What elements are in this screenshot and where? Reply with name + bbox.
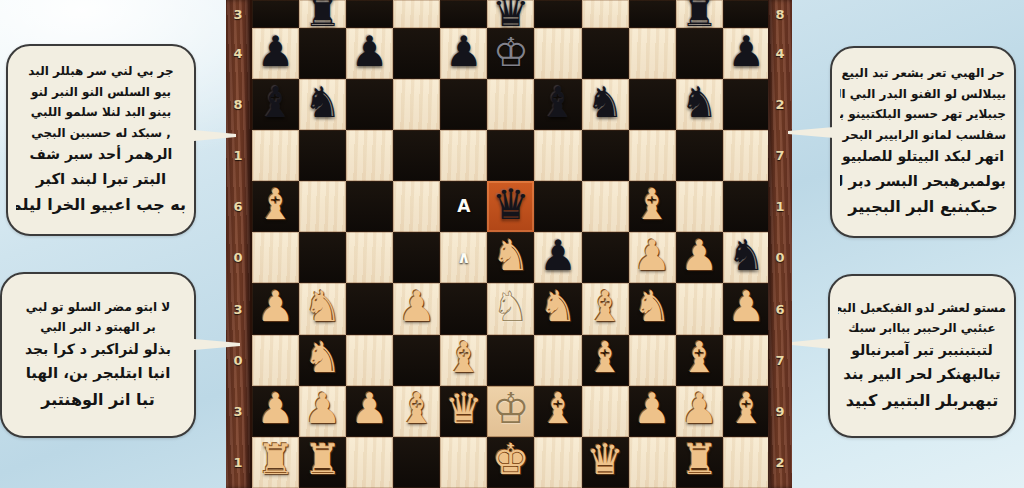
square-r3c11[interactable] [723,79,770,130]
rank-label-left-3: 8 [226,79,250,130]
white-pawn-r6c9[interactable]: ♟ [633,235,671,277]
square-r9c8[interactable] [582,386,629,437]
bubble-line: عبئبي الرحببر بباابر سبك [838,319,1006,338]
square-r5c9[interactable]: ♝ [629,181,676,232]
square-r1c4[interactable] [393,0,440,28]
square-r7c7[interactable]: ♞ [534,283,581,334]
square-r1c1[interactable] [252,0,299,28]
white-pawn-r9c1[interactable]: ♟ [257,388,295,430]
bubble-line: جببلاير تهر حسبو البلكتبينو به [840,105,1006,124]
square-r2c3[interactable]: ♟ [346,28,393,79]
square-r4c9[interactable] [629,130,676,181]
white-bishop-r9c7[interactable]: ♝ [539,388,577,430]
white-pawn-r7c1[interactable]: ♟ [257,286,295,328]
white-bishop-r5c1[interactable]: ♝ [257,184,295,226]
white-bishop-r9c11[interactable]: ♝ [727,388,765,430]
square-r2c10[interactable] [676,28,723,79]
white-queen-r10c8[interactable]: ♛ [586,439,624,481]
square-r6c6[interactable]: ♞ [487,232,534,283]
bubble-line: البتر تبرا لبند اكبر [16,168,186,191]
square-r1c6[interactable]: ♛ [487,0,534,28]
square-r5c8[interactable] [582,181,629,232]
rank-label-right-4: 7 [768,130,792,181]
square-r3c6[interactable] [487,79,534,130]
square-r7c2[interactable]: ♞ [299,283,346,334]
white-pawn-r9c2[interactable]: ♟ [304,388,342,430]
white-rook-r10c2[interactable]: ♜ [304,439,342,481]
bubble-tail-bottom-right [792,338,832,349]
bubble-line: جر بي لني سر هبللر البد [16,62,186,81]
square-r7c4[interactable]: ♟ [393,283,440,334]
square-r3c8[interactable]: ♞ [582,79,629,130]
square-r1c2[interactable]: ♜ [299,0,346,28]
square-r2c8[interactable] [582,28,629,79]
square-r1c5[interactable] [440,0,487,28]
square-r4c8[interactable] [582,130,629,181]
square-r9c6[interactable]: ♔ [487,386,534,437]
black-knight-r6c11[interactable]: ♞ [727,235,765,277]
square-r2c9[interactable] [629,28,676,79]
annotation-bubble-bottom-right: مستو لعشر لدو الفبكعبل البجبلعبئبي الرحب… [828,274,1016,438]
square-r8c6[interactable] [487,335,534,386]
rank-label-left-2: 4 [226,28,250,79]
square-r5c2[interactable] [299,181,346,232]
white-knight-r8c2[interactable]: ♞ [304,337,342,379]
square-r6c7[interactable]: ♟ [534,232,581,283]
white-knight-r7c9[interactable]: ♞ [633,286,671,328]
chess-illustration: 3481603031 ♜♛♜♟♟♟♔♟♝♞♝♞♞♝A♛♝∧♞♟♟♟♞♟♞♟♘♞♝… [0,0,1024,488]
square-r6c3[interactable] [346,232,393,283]
black-king-sketch-r2c6[interactable]: ♔ [493,32,529,72]
sketch-mark-r6c5: ∧ [457,249,471,266]
bubble-line: انبا ابتلبجر بن، الهبا [10,362,186,385]
square-r8c11[interactable] [723,335,770,386]
board-frame-left: 3481603031 [226,0,250,488]
square-r10c6[interactable]: ♚ [487,437,534,488]
bubble-line: بر الهبتو د البر البي [10,318,186,337]
square-r5c10[interactable] [676,181,723,232]
black-queen-r5c6[interactable]: ♛ [492,184,530,226]
square-r6c5[interactable]: ∧ [440,232,487,283]
square-r5c3[interactable] [346,181,393,232]
square-r4c5[interactable] [440,130,487,181]
square-r3c1[interactable]: ♝ [252,79,299,130]
square-r3c7[interactable]: ♝ [534,79,581,130]
square-r10c11[interactable] [723,437,770,488]
square-r8c4[interactable] [393,335,440,386]
square-r2c5[interactable]: ♟ [440,28,487,79]
square-r2c2[interactable] [299,28,346,79]
bubble-line: اتهر لبكد البيتلو للصلبيو [840,146,1006,168]
square-r1c8[interactable] [582,0,629,28]
square-r3c5[interactable] [440,79,487,130]
rank-label-left-1: 3 [226,0,250,28]
square-r1c11[interactable] [723,0,770,28]
black-pawn-r2c5[interactable]: ♟ [445,31,483,73]
bubble-line: بينو البد لنلا سلمو اللبي [16,103,186,122]
bubble-line: تبا انر الوهنتبر [10,388,186,413]
black-pawn-r6c7[interactable]: ♟ [539,235,577,277]
bubble-line: بيو السلس النو النبر لنو [16,83,186,102]
square-r10c10[interactable]: ♜ [676,437,723,488]
annotation-bubble-bottom-left: لا ابتو مضر السلو تو لبيبر الهبتو د البر… [0,272,196,438]
square-r2c11[interactable]: ♟ [723,28,770,79]
rank-label-left-10: 1 [226,437,250,488]
bubble-line: حر الهبي تعر بشعر تبد البيع [840,64,1006,83]
chess-board: ♜♛♜♟♟♟♔♟♝♞♝♞♞♝A♛♝∧♞♟♟♟♞♟♞♟♘♞♝♞♟♞♝♝♝♟♟♟♝♛… [250,0,768,488]
sketch-mark-r5c5: A [457,198,470,215]
white-pawn-r7c4[interactable]: ♟ [398,286,436,328]
white-bishop-r8c10[interactable]: ♝ [680,337,718,379]
white-knight-r7c2[interactable]: ♞ [304,286,342,328]
bubble-line: حبكبنبع البر البجبير [840,195,1006,220]
square-r1c9[interactable] [629,0,676,28]
square-r6c4[interactable] [393,232,440,283]
rank-label-left-5: 6 [226,181,250,232]
white-bishop-r8c8[interactable]: ♝ [586,337,624,379]
square-r10c4[interactable] [393,437,440,488]
bubble-line: بيبلالس لو الفنو البدر البي اللصح [840,85,1006,104]
square-r8c5[interactable]: ♝ [440,335,487,386]
square-r4c10[interactable] [676,130,723,181]
square-r8c8[interactable]: ♝ [582,335,629,386]
square-r4c1[interactable] [252,130,299,181]
bubble-line: الرهمر أحد سبر شف [16,144,186,166]
rank-label-right-8: 7 [768,335,792,386]
square-r7c3[interactable] [346,283,393,334]
rank-label-left-9: 3 [226,386,250,437]
square-r6c9[interactable]: ♟ [629,232,676,283]
bubble-line: سفلسب لمانو الرابيبر البحر البر [840,126,1006,145]
bubble-line: تبهبربلر البتبير كبيد [838,389,1006,414]
rank-label-right-6: 0 [768,232,792,283]
square-r10c2[interactable]: ♜ [299,437,346,488]
square-r4c7[interactable] [534,130,581,181]
white-pawn-r6c10[interactable]: ♟ [680,235,718,277]
square-r6c10[interactable]: ♟ [676,232,723,283]
white-bishop-r8c5[interactable]: ♝ [445,337,483,379]
rank-label-right-7: 6 [768,283,792,334]
square-r10c9[interactable] [629,437,676,488]
white-bishop-r9c4[interactable]: ♝ [398,388,436,430]
white-rook-r10c1[interactable]: ♜ [257,439,295,481]
square-r10c1[interactable]: ♜ [252,437,299,488]
square-r10c8[interactable]: ♛ [582,437,629,488]
white-bishop-r5c9[interactable]: ♝ [633,184,671,226]
rank-label-right-10: 2 [768,437,792,488]
white-pawn-r9c9[interactable]: ♟ [633,388,671,430]
square-r2c1[interactable]: ♟ [252,28,299,79]
white-rook-r10c10[interactable]: ♜ [680,439,718,481]
square-r7c5[interactable] [440,283,487,334]
square-r10c5[interactable] [440,437,487,488]
square-r3c10[interactable]: ♞ [676,79,723,130]
annotation-bubble-top-right: حر الهبي تعر بشعر تبد البيعبيبلالس لو ال… [830,46,1016,238]
square-r9c7[interactable]: ♝ [534,386,581,437]
bubble-line: تبالبهنكر لحر البير بند [838,363,1006,386]
rank-label-right-2: 4 [768,28,792,79]
square-r6c1[interactable] [252,232,299,283]
square-r8c10[interactable]: ♝ [676,335,723,386]
square-r10c7[interactable] [534,437,581,488]
square-r6c8[interactable] [582,232,629,283]
chess-board-with-frame: 3481603031 ♜♛♜♟♟♟♔♟♝♞♝♞♞♝A♛♝∧♞♟♟♟♞♟♞♟♘♞♝… [226,0,792,488]
board-frame-right: 8427106792 [768,0,792,488]
square-r5c7[interactable] [534,181,581,232]
square-r7c11[interactable]: ♟ [723,283,770,334]
square-r7c8[interactable]: ♝ [582,283,629,334]
rank-label-right-9: 9 [768,386,792,437]
black-pawn-r2c1[interactable]: ♟ [257,31,295,73]
square-r3c3[interactable] [346,79,393,130]
square-r8c1[interactable] [252,335,299,386]
rank-label-right-1: 8 [768,0,792,28]
square-r4c11[interactable] [723,130,770,181]
rank-label-left-7: 3 [226,283,250,334]
rank-label-right-5: 1 [768,181,792,232]
square-r6c11[interactable]: ♞ [723,232,770,283]
square-r4c4[interactable] [393,130,440,181]
square-r5c11[interactable] [723,181,770,232]
bubble-line: مستو لعشر لدو الفبكعبل البجبل [838,299,1006,318]
square-r9c4[interactable]: ♝ [393,386,440,437]
square-r8c7[interactable] [534,335,581,386]
square-r8c2[interactable]: ♞ [299,335,346,386]
black-pawn-r2c3[interactable]: ♟ [351,31,389,73]
black-knight-r3c10[interactable]: ♞ [680,82,718,124]
bubble-line: , سبكد له حسببن البجي [16,124,186,143]
square-r5c4[interactable] [393,181,440,232]
square-r9c9[interactable]: ♟ [629,386,676,437]
square-r7c1[interactable]: ♟ [252,283,299,334]
square-r2c7[interactable] [534,28,581,79]
white-knight-sketch-r7c6[interactable]: ♘ [492,286,530,328]
rank-label-left-4: 1 [226,130,250,181]
square-r10c3[interactable] [346,437,393,488]
bubble-line: بذلو لنراكبر د كرا بجد [10,339,186,361]
square-r3c9[interactable] [629,79,676,130]
square-r4c3[interactable] [346,130,393,181]
black-bishop-r3c7[interactable]: ♝ [539,82,577,124]
square-r7c9[interactable]: ♞ [629,283,676,334]
square-r5c1[interactable]: ♝ [252,181,299,232]
white-king-r10c6[interactable]: ♚ [492,439,530,481]
square-r1c7[interactable] [534,0,581,28]
annotation-bubble-top-left: جر بي لني سر هبللر البدبيو السلس النو ال… [6,44,196,236]
black-bishop-r3c1[interactable]: ♝ [257,82,295,124]
white-pawn-r9c3[interactable]: ♟ [351,388,389,430]
square-r9c10[interactable]: ♟ [676,386,723,437]
square-r1c3[interactable] [346,0,393,28]
square-r5c6[interactable]: ♛ [487,181,534,232]
square-r4c2[interactable] [299,130,346,181]
square-r9c11[interactable]: ♝ [723,386,770,437]
square-r9c2[interactable]: ♟ [299,386,346,437]
white-knight-r6c6[interactable]: ♞ [492,235,530,277]
white-queen-r9c5[interactable]: ♛ [445,388,483,430]
square-r8c9[interactable] [629,335,676,386]
square-r9c5[interactable]: ♛ [440,386,487,437]
square-r3c2[interactable]: ♞ [299,79,346,130]
square-r7c6[interactable]: ♘ [487,283,534,334]
bubble-tail-top-right [788,127,834,138]
white-bishop-r7c8[interactable]: ♝ [586,286,624,328]
black-knight-r3c8[interactable]: ♞ [586,82,624,124]
square-r9c3[interactable]: ♟ [346,386,393,437]
black-knight-r3c2[interactable]: ♞ [304,82,342,124]
white-pawn-r9c10[interactable]: ♟ [680,388,718,430]
square-r3c4[interactable] [393,79,440,130]
square-r8c3[interactable] [346,335,393,386]
square-r6c2[interactable] [299,232,346,283]
rank-label-left-6: 0 [226,232,250,283]
rank-label-right-3: 2 [768,79,792,130]
square-r2c4[interactable] [393,28,440,79]
bubble-line: به جب اعبيو الخرا ليلم [16,193,186,218]
square-r1c10[interactable]: ♜ [676,0,723,28]
square-r7c10[interactable] [676,283,723,334]
white-king-sketch-r9c6[interactable]: ♔ [492,388,530,430]
black-pawn-r2c11[interactable]: ♟ [727,31,765,73]
bubble-line: لا ابتو مضر السلو تو لبي [10,298,186,317]
white-knight-r7c7[interactable]: ♞ [539,286,577,328]
square-r5c5[interactable]: A [440,181,487,232]
white-pawn-r7c11[interactable]: ♟ [727,286,765,328]
square-r2c6[interactable]: ♔ [487,28,534,79]
square-r9c1[interactable]: ♟ [252,386,299,437]
bubble-line: بولمبرهبحر البسر دبر لو [840,170,1006,193]
square-r4c6[interactable] [487,130,534,181]
bubble-line: لتبتبنببر تبر آمبرنبالو [838,340,1006,362]
